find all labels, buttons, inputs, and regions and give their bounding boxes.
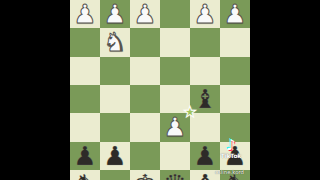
square-g8[interactable]: ♞ bbox=[70, 170, 100, 180]
square-f4[interactable] bbox=[100, 57, 130, 85]
square-e5[interactable] bbox=[130, 85, 160, 113]
square-g5[interactable] bbox=[70, 85, 100, 113]
video-frame: ♟♟♟♟♟♞♝♟♟♟♟♟♞♚♛♝♞ ★ ♪ ♪ ♪ TikTok csline.… bbox=[0, 0, 320, 180]
square-e8[interactable]: ♚ bbox=[130, 170, 160, 180]
square-e4[interactable] bbox=[130, 57, 160, 85]
square-c4[interactable] bbox=[190, 57, 220, 85]
square-b2[interactable]: ♟ bbox=[220, 0, 250, 28]
square-b4[interactable] bbox=[220, 57, 250, 85]
white-pawn[interactable]: ♟ bbox=[103, 1, 126, 27]
square-f5[interactable] bbox=[100, 85, 130, 113]
square-b3[interactable] bbox=[220, 28, 250, 56]
white-pawn[interactable]: ♟ bbox=[193, 1, 216, 27]
black-pawn[interactable]: ♟ bbox=[103, 143, 126, 169]
letterbox-right bbox=[250, 0, 320, 180]
white-knight[interactable]: ♞ bbox=[103, 29, 126, 55]
black-bishop[interactable]: ♝ bbox=[193, 171, 216, 180]
square-d3[interactable] bbox=[160, 28, 190, 56]
square-d4[interactable] bbox=[160, 57, 190, 85]
black-queen[interactable]: ♛ bbox=[163, 171, 186, 180]
tiktok-note-icon: ♪ ♪ ♪ bbox=[214, 136, 248, 154]
square-g4[interactable] bbox=[70, 57, 100, 85]
square-e3[interactable] bbox=[130, 28, 160, 56]
white-pawn[interactable]: ♟ bbox=[73, 1, 96, 27]
video-area: ♟♟♟♟♟♞♝♟♟♟♟♟♞♚♛♝♞ ★ ♪ ♪ ♪ TikTok csline.… bbox=[70, 0, 250, 180]
square-f2[interactable]: ♟ bbox=[100, 0, 130, 28]
letterbox-left bbox=[0, 0, 70, 180]
black-knight[interactable]: ♞ bbox=[73, 171, 96, 180]
square-f8[interactable] bbox=[100, 170, 130, 180]
square-f3[interactable]: ♞ bbox=[100, 28, 130, 56]
square-d7[interactable] bbox=[160, 142, 190, 170]
square-d8[interactable]: ♛ bbox=[160, 170, 190, 180]
square-g2[interactable]: ♟ bbox=[70, 0, 100, 28]
username-watermark: csline.kord bbox=[215, 169, 247, 175]
white-pawn[interactable]: ♟ bbox=[223, 1, 246, 27]
square-e2[interactable]: ♟ bbox=[130, 0, 160, 28]
black-king[interactable]: ♚ bbox=[133, 171, 156, 180]
tiktok-note-white-layer: ♪ bbox=[214, 136, 248, 154]
square-e6[interactable] bbox=[130, 113, 160, 141]
square-d2[interactable] bbox=[160, 0, 190, 28]
square-b5[interactable] bbox=[220, 85, 250, 113]
square-c2[interactable]: ♟ bbox=[190, 0, 220, 28]
square-f7[interactable]: ♟ bbox=[100, 142, 130, 170]
square-g7[interactable]: ♟ bbox=[70, 142, 100, 170]
tiktok-watermark: ♪ ♪ ♪ TikTok bbox=[214, 136, 248, 159]
white-pawn[interactable]: ♟ bbox=[133, 1, 156, 27]
best-move-star-icon: ★ bbox=[181, 103, 199, 121]
square-g6[interactable] bbox=[70, 113, 100, 141]
square-f6[interactable] bbox=[100, 113, 130, 141]
square-e7[interactable] bbox=[130, 142, 160, 170]
square-g3[interactable] bbox=[70, 28, 100, 56]
black-pawn[interactable]: ♟ bbox=[73, 143, 96, 169]
square-c3[interactable] bbox=[190, 28, 220, 56]
